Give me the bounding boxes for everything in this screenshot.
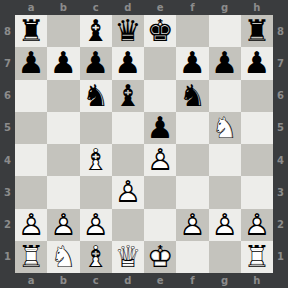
- square-d6[interactable]: ♝: [112, 80, 144, 112]
- square-h5[interactable]: [241, 112, 273, 144]
- square-c3[interactable]: [80, 176, 112, 208]
- piece-white-pawn[interactable]: ♟♙: [15, 209, 47, 241]
- white-piece-outline-glyph: ♙: [144, 144, 176, 176]
- piece-black-knight[interactable]: ♞: [80, 80, 112, 112]
- white-piece-outline-glyph: ♕: [112, 241, 144, 273]
- file-label-b: b: [47, 273, 79, 288]
- white-piece-outline-glyph: ♙: [209, 209, 241, 241]
- file-label-b: b: [47, 0, 79, 15]
- square-e7[interactable]: [144, 47, 176, 79]
- square-d8[interactable]: ♛: [112, 15, 144, 47]
- square-b8[interactable]: [47, 15, 79, 47]
- square-g2[interactable]: ♟♙: [209, 209, 241, 241]
- square-f7[interactable]: ♟: [176, 47, 208, 79]
- black-piece-glyph: ♟: [80, 47, 112, 79]
- piece-black-pawn[interactable]: ♟: [112, 47, 144, 79]
- piece-white-pawn[interactable]: ♟♙: [209, 209, 241, 241]
- piece-white-knight[interactable]: ♞♘: [209, 112, 241, 144]
- square-a5[interactable]: [15, 112, 47, 144]
- piece-black-pawn[interactable]: ♟: [144, 112, 176, 144]
- file-label-g: g: [209, 273, 241, 288]
- piece-black-queen[interactable]: ♛: [112, 15, 144, 47]
- piece-black-king[interactable]: ♚: [144, 15, 176, 47]
- square-b7[interactable]: ♟: [47, 47, 79, 79]
- file-label-e: e: [144, 273, 176, 288]
- piece-black-rook[interactable]: ♜: [241, 15, 273, 47]
- square-f4[interactable]: [176, 144, 208, 176]
- piece-white-pawn[interactable]: ♟♙: [80, 209, 112, 241]
- square-h3[interactable]: [241, 176, 273, 208]
- white-piece-outline-glyph: ♙: [176, 209, 208, 241]
- piece-white-knight[interactable]: ♞♘: [47, 241, 79, 273]
- piece-black-pawn[interactable]: ♟: [15, 47, 47, 79]
- rank-label-6: 6: [0, 80, 15, 112]
- white-piece-outline-glyph: ♖: [241, 241, 273, 273]
- file-label-d: d: [112, 273, 144, 288]
- rank-label-6: 6: [273, 80, 288, 112]
- black-piece-glyph: ♟: [209, 47, 241, 79]
- square-d4[interactable]: [112, 144, 144, 176]
- black-piece-glyph: ♜: [15, 15, 47, 47]
- white-piece-outline-glyph: ♙: [241, 209, 273, 241]
- white-piece-outline-glyph: ♗: [80, 144, 112, 176]
- file-label-f: f: [176, 0, 208, 15]
- square-e2[interactable]: [144, 209, 176, 241]
- square-h1[interactable]: ♜♖: [241, 241, 273, 273]
- black-piece-glyph: ♛: [112, 15, 144, 47]
- white-piece-outline-glyph: ♗: [80, 241, 112, 273]
- piece-black-pawn[interactable]: ♟: [209, 47, 241, 79]
- square-d2[interactable]: [112, 209, 144, 241]
- rank-label-1: 1: [0, 241, 15, 273]
- square-b5[interactable]: [47, 112, 79, 144]
- piece-white-bishop[interactable]: ♝♗: [80, 241, 112, 273]
- square-h8[interactable]: ♜: [241, 15, 273, 47]
- square-h7[interactable]: ♟: [241, 47, 273, 79]
- rank-label-7: 7: [273, 47, 288, 79]
- square-f2[interactable]: ♟♙: [176, 209, 208, 241]
- white-piece-outline-glyph: ♙: [112, 176, 144, 208]
- white-piece-outline-glyph: ♙: [15, 209, 47, 241]
- square-e3[interactable]: [144, 176, 176, 208]
- square-b1[interactable]: ♞♘: [47, 241, 79, 273]
- square-e5[interactable]: ♟: [144, 112, 176, 144]
- square-a6[interactable]: [15, 80, 47, 112]
- square-a3[interactable]: [15, 176, 47, 208]
- black-piece-glyph: ♜: [241, 15, 273, 47]
- piece-black-bishop[interactable]: ♝: [112, 80, 144, 112]
- rank-label-8: 8: [0, 15, 15, 47]
- black-piece-glyph: ♝: [80, 15, 112, 47]
- piece-white-pawn[interactable]: ♟♙: [176, 209, 208, 241]
- square-f8[interactable]: [176, 15, 208, 47]
- square-a2[interactable]: ♟♙: [15, 209, 47, 241]
- file-labels-top: abcdefgh: [15, 0, 273, 15]
- piece-white-rook[interactable]: ♜♖: [241, 241, 273, 273]
- white-piece-outline-glyph: ♖: [15, 241, 47, 273]
- square-a4[interactable]: [15, 144, 47, 176]
- square-e4[interactable]: ♟♙: [144, 144, 176, 176]
- rank-labels-right: 87654321: [273, 15, 288, 273]
- square-f5[interactable]: [176, 112, 208, 144]
- piece-black-rook[interactable]: ♜: [15, 15, 47, 47]
- square-b3[interactable]: [47, 176, 79, 208]
- black-piece-glyph: ♞: [176, 80, 208, 112]
- square-d5[interactable]: [112, 112, 144, 144]
- piece-black-pawn[interactable]: ♟: [176, 47, 208, 79]
- file-label-h: h: [241, 273, 273, 288]
- white-piece-outline-glyph: ♘: [47, 241, 79, 273]
- chess-board-frame: abcdefgh abcdefgh 87654321 87654321 ♜♝♛♚…: [0, 0, 288, 288]
- square-f3[interactable]: [176, 176, 208, 208]
- rank-label-3: 3: [273, 176, 288, 208]
- square-g8[interactable]: [209, 15, 241, 47]
- rank-label-8: 8: [273, 15, 288, 47]
- rank-label-4: 4: [0, 144, 15, 176]
- square-d7[interactable]: ♟: [112, 47, 144, 79]
- piece-white-rook[interactable]: ♜♖: [15, 241, 47, 273]
- white-piece-outline-glyph: ♙: [80, 209, 112, 241]
- square-c6[interactable]: ♞: [80, 80, 112, 112]
- piece-white-bishop[interactable]: ♝♗: [80, 144, 112, 176]
- white-piece-outline-glyph: ♘: [209, 112, 241, 144]
- piece-white-pawn[interactable]: ♟♙: [112, 176, 144, 208]
- black-piece-glyph: ♟: [47, 47, 79, 79]
- black-piece-glyph: ♚: [144, 15, 176, 47]
- piece-white-pawn[interactable]: ♟♙: [47, 209, 79, 241]
- piece-white-queen[interactable]: ♛♕: [112, 241, 144, 273]
- square-b4[interactable]: [47, 144, 79, 176]
- square-c5[interactable]: [80, 112, 112, 144]
- rank-label-2: 2: [273, 209, 288, 241]
- black-piece-glyph: ♝: [112, 80, 144, 112]
- square-c4[interactable]: ♝♗: [80, 144, 112, 176]
- square-a7[interactable]: ♟: [15, 47, 47, 79]
- piece-black-pawn[interactable]: ♟: [241, 47, 273, 79]
- square-a1[interactable]: ♜♖: [15, 241, 47, 273]
- square-d1[interactable]: ♛♕: [112, 241, 144, 273]
- black-piece-glyph: ♟: [241, 47, 273, 79]
- square-b6[interactable]: [47, 80, 79, 112]
- black-piece-glyph: ♟: [144, 112, 176, 144]
- black-piece-glyph: ♟: [176, 47, 208, 79]
- white-piece-outline-glyph: ♔: [144, 241, 176, 273]
- rank-label-7: 7: [0, 47, 15, 79]
- square-g5[interactable]: ♞♘: [209, 112, 241, 144]
- square-c2[interactable]: ♟♙: [80, 209, 112, 241]
- file-label-g: g: [209, 0, 241, 15]
- black-piece-glyph: ♟: [112, 47, 144, 79]
- square-h6[interactable]: [241, 80, 273, 112]
- black-piece-glyph: ♞: [80, 80, 112, 112]
- square-f1[interactable]: [176, 241, 208, 273]
- square-h2[interactable]: ♟♙: [241, 209, 273, 241]
- square-g6[interactable]: [209, 80, 241, 112]
- rank-label-2: 2: [0, 209, 15, 241]
- piece-black-pawn[interactable]: ♟: [80, 47, 112, 79]
- file-labels-bottom: abcdefgh: [15, 273, 273, 288]
- square-e1[interactable]: ♚♔: [144, 241, 176, 273]
- square-g3[interactable]: [209, 176, 241, 208]
- square-e6[interactable]: [144, 80, 176, 112]
- rank-label-4: 4: [273, 144, 288, 176]
- rank-label-5: 5: [0, 112, 15, 144]
- file-label-c: c: [80, 273, 112, 288]
- piece-black-bishop[interactable]: ♝: [80, 15, 112, 47]
- white-piece-outline-glyph: ♙: [47, 209, 79, 241]
- rank-label-3: 3: [0, 176, 15, 208]
- piece-white-pawn[interactable]: ♟♙: [144, 144, 176, 176]
- piece-white-king[interactable]: ♚♔: [144, 241, 176, 273]
- square-a8[interactable]: ♜: [15, 15, 47, 47]
- rank-label-1: 1: [273, 241, 288, 273]
- square-e8[interactable]: ♚: [144, 15, 176, 47]
- square-g1[interactable]: [209, 241, 241, 273]
- piece-white-pawn[interactable]: ♟♙: [241, 209, 273, 241]
- square-g7[interactable]: ♟: [209, 47, 241, 79]
- square-c7[interactable]: ♟: [80, 47, 112, 79]
- square-g4[interactable]: [209, 144, 241, 176]
- square-c8[interactable]: ♝: [80, 15, 112, 47]
- piece-black-knight[interactable]: ♞: [176, 80, 208, 112]
- black-piece-glyph: ♟: [15, 47, 47, 79]
- rank-labels-left: 87654321: [0, 15, 15, 273]
- square-f6[interactable]: ♞: [176, 80, 208, 112]
- square-d3[interactable]: ♟♙: [112, 176, 144, 208]
- square-b2[interactable]: ♟♙: [47, 209, 79, 241]
- square-h4[interactable]: [241, 144, 273, 176]
- file-label-f: f: [176, 273, 208, 288]
- rank-label-5: 5: [273, 112, 288, 144]
- square-c1[interactable]: ♝♗: [80, 241, 112, 273]
- chess-board: ♜♝♛♚♜♟♟♟♟♟♟♟♞♝♞♟♞♘♝♗♟♙♟♙♟♙♟♙♟♙♟♙♟♙♟♙♜♖♞♘…: [15, 15, 273, 273]
- piece-black-pawn[interactable]: ♟: [47, 47, 79, 79]
- file-label-a: a: [15, 273, 47, 288]
